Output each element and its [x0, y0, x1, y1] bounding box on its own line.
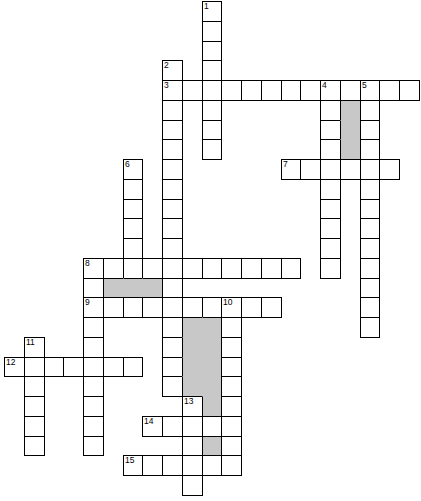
cell-r23c6[interactable]: 15 [123, 455, 143, 476]
clue-number-15: 15 [125, 456, 134, 465]
clue-number-11: 11 [26, 338, 35, 347]
clue-number-3: 3 [164, 81, 169, 90]
cell-r4c17[interactable] [340, 80, 361, 101]
cell-r14c7-shaded[interactable] [142, 278, 163, 298]
cell-r13c12[interactable] [241, 258, 262, 279]
cell-r22c11[interactable] [221, 436, 242, 456]
clue-number-9: 9 [85, 298, 90, 307]
cell-r10c8[interactable] [162, 199, 183, 219]
cell-r21c4[interactable] [83, 416, 104, 437]
cell-r6c17-shaded[interactable] [340, 120, 361, 140]
clue-number-2: 2 [164, 61, 169, 70]
clue-number-8: 8 [85, 259, 90, 268]
cell-r15c6[interactable] [123, 297, 143, 318]
cell-r15c13[interactable] [261, 297, 282, 318]
cell-r20c9[interactable]: 13 [182, 396, 203, 417]
cell-r22c9[interactable] [182, 436, 203, 456]
clue-number-5: 5 [362, 81, 367, 90]
cell-r3c8[interactable]: 2 [162, 60, 183, 81]
cell-r13c11[interactable] [221, 258, 242, 279]
cell-r21c1[interactable] [24, 416, 45, 437]
cell-r7c17-shaded[interactable] [340, 139, 361, 160]
cell-r13c10[interactable] [202, 258, 222, 279]
cell-r5c17-shaded[interactable] [340, 100, 361, 121]
cell-r12c16[interactable] [320, 238, 341, 259]
cell-r18c11[interactable] [221, 357, 242, 377]
cell-r4c16[interactable]: 4 [320, 80, 341, 101]
cell-r4c15[interactable] [300, 80, 321, 101]
cell-r20c11[interactable] [221, 396, 242, 417]
cell-r22c4[interactable] [83, 436, 104, 456]
cell-r17c4[interactable] [83, 337, 104, 358]
clue-number-7: 7 [283, 160, 288, 169]
cell-r23c10[interactable] [202, 455, 222, 476]
cell-r23c7[interactable] [142, 455, 163, 476]
cell-r14c5-shaded[interactable] [103, 278, 124, 298]
cell-r17c1[interactable]: 11 [24, 337, 45, 358]
cell-r19c11[interactable] [221, 376, 242, 397]
clue-number-1: 1 [204, 2, 209, 11]
cell-r19c8[interactable] [162, 376, 183, 397]
cell-r16c18[interactable] [360, 317, 380, 338]
cell-r15c7[interactable] [142, 297, 163, 318]
clue-number-12: 12 [6, 358, 15, 367]
cell-r8c6[interactable]: 6 [123, 159, 143, 180]
cell-r8c18[interactable] [360, 159, 380, 180]
cell-r21c10[interactable] [202, 416, 222, 437]
cell-r14c18[interactable] [360, 278, 380, 298]
cell-r18c5[interactable] [103, 357, 124, 377]
cell-r21c8[interactable] [162, 416, 183, 437]
cell-r16c8[interactable] [162, 317, 183, 338]
cell-r15c10[interactable] [202, 297, 222, 318]
cell-r19c4[interactable] [83, 376, 104, 397]
cell-r17c9-shaded[interactable] [182, 337, 203, 358]
cell-r7c18[interactable] [360, 139, 380, 160]
clue-number-6: 6 [125, 160, 130, 169]
cell-r13c8[interactable] [162, 258, 183, 279]
cell-r19c9-shaded[interactable] [182, 376, 203, 397]
clue-number-4: 4 [322, 81, 327, 90]
cell-r15c8[interactable] [162, 297, 183, 318]
cell-r13c4[interactable]: 8 [83, 258, 104, 279]
cell-r18c4[interactable] [83, 357, 104, 377]
cell-r14c6-shaded[interactable] [123, 278, 143, 298]
cell-r21c7[interactable]: 14 [142, 416, 163, 437]
cell-r17c8[interactable] [162, 337, 183, 358]
cell-r15c9[interactable] [182, 297, 203, 318]
cell-r13c13[interactable] [261, 258, 282, 279]
cell-r18c6[interactable] [123, 357, 143, 377]
cell-r23c9[interactable] [182, 455, 203, 476]
cell-r13c7[interactable] [142, 258, 163, 279]
cell-r10c6[interactable] [123, 199, 143, 219]
cell-r15c11[interactable]: 10 [221, 297, 242, 318]
cell-r14c4[interactable] [83, 278, 104, 298]
cell-r7c16[interactable] [320, 139, 341, 160]
cell-r15c12[interactable] [241, 297, 262, 318]
cell-r4c14[interactable] [281, 80, 301, 101]
cell-r17c10-shaded[interactable] [202, 337, 222, 358]
cell-r4c12[interactable] [241, 80, 262, 101]
cell-r13c16[interactable] [320, 258, 341, 279]
cell-r3c10[interactable] [202, 60, 222, 81]
cell-r16c10-shaded[interactable] [202, 317, 222, 338]
cell-r4c13[interactable] [261, 80, 282, 101]
cell-r16c11[interactable] [221, 317, 242, 338]
cell-r12c18[interactable] [360, 238, 380, 259]
cell-r13c14[interactable] [281, 258, 301, 279]
cell-r23c8[interactable] [162, 455, 183, 476]
cell-r12c8[interactable] [162, 238, 183, 259]
cell-r4c11[interactable] [221, 80, 242, 101]
cell-r7c8[interactable] [162, 139, 183, 160]
cell-r4c18[interactable]: 5 [360, 80, 380, 101]
cell-r4c19[interactable] [379, 80, 400, 101]
cell-r9c18[interactable] [360, 179, 380, 200]
cell-r10c16[interactable] [320, 199, 341, 219]
cell-r1c10[interactable] [202, 21, 222, 42]
cell-r6c16[interactable] [320, 120, 341, 140]
cell-r8c16[interactable] [320, 159, 341, 180]
cell-r16c9-shaded[interactable] [182, 317, 203, 338]
cell-r19c10-shaded[interactable] [202, 376, 222, 397]
cell-r5c18[interactable] [360, 100, 380, 121]
cell-r18c10-shaded[interactable] [202, 357, 222, 377]
cell-r12c6[interactable] [123, 238, 143, 259]
cell-r5c8[interactable] [162, 100, 183, 121]
clue-number-14: 14 [144, 417, 153, 426]
cell-r8c17[interactable] [340, 159, 361, 180]
cell-r0c10[interactable]: 1 [202, 1, 222, 22]
cell-r5c10[interactable] [202, 100, 222, 121]
cell-r4c20[interactable] [399, 80, 420, 101]
cell-r18c9-shaded[interactable] [182, 357, 203, 377]
cell-r6c10[interactable] [202, 120, 222, 140]
cell-r8c14[interactable]: 7 [281, 159, 301, 180]
cell-r21c11[interactable] [221, 416, 242, 437]
cell-r11c16[interactable] [320, 218, 341, 239]
cell-r19c1[interactable] [24, 376, 45, 397]
clue-number-10: 10 [223, 298, 232, 307]
cell-r23c11[interactable] [221, 455, 242, 476]
cell-r6c8[interactable] [162, 120, 183, 140]
cell-r18c2[interactable] [44, 357, 64, 377]
cell-r15c5[interactable] [103, 297, 124, 318]
cell-r10c18[interactable] [360, 199, 380, 219]
clue-number-13: 13 [184, 397, 193, 406]
crossword-board: 123456789101112131415 [0, 0, 421, 501]
cell-r11c8[interactable] [162, 218, 183, 239]
cell-r13c18[interactable] [360, 258, 380, 279]
cell-r18c3[interactable] [63, 357, 84, 377]
cell-r18c8[interactable] [162, 357, 183, 377]
cell-r8c15[interactable] [300, 159, 321, 180]
cell-r20c10-shaded[interactable] [202, 396, 222, 417]
cell-r22c10-shaded[interactable] [202, 436, 222, 456]
cell-r8c8[interactable] [162, 159, 183, 180]
cell-r20c1[interactable] [24, 396, 45, 417]
cell-r11c18[interactable] [360, 218, 380, 239]
cell-r22c1[interactable] [24, 436, 45, 456]
cell-r2c10[interactable] [202, 41, 222, 61]
cell-r4c8[interactable]: 3 [162, 80, 183, 101]
cell-r18c1[interactable] [24, 357, 45, 377]
cell-r9c8[interactable] [162, 179, 183, 200]
cell-r15c18[interactable] [360, 297, 380, 318]
cell-r4c9[interactable] [182, 80, 203, 101]
cell-r11c6[interactable] [123, 218, 143, 239]
cell-r14c8[interactable] [162, 278, 183, 298]
cell-r13c6[interactable] [123, 258, 143, 279]
cell-r4c10[interactable] [202, 80, 222, 101]
cell-r15c4[interactable]: 9 [83, 297, 104, 318]
cell-r13c9[interactable] [182, 258, 203, 279]
cell-r24c9[interactable] [182, 475, 203, 496]
cell-r5c16[interactable] [320, 100, 341, 121]
cell-r7c10[interactable] [202, 139, 222, 160]
cell-r9c6[interactable] [123, 179, 143, 200]
cell-r20c4[interactable] [83, 396, 104, 417]
cell-r17c11[interactable] [221, 337, 242, 358]
cell-r8c19[interactable] [379, 159, 400, 180]
cell-r16c4[interactable] [83, 317, 104, 338]
cell-r21c9[interactable] [182, 416, 203, 437]
cell-r9c16[interactable] [320, 179, 341, 200]
cell-r18c0[interactable]: 12 [4, 357, 25, 377]
cell-r13c5[interactable] [103, 258, 124, 279]
cell-r6c18[interactable] [360, 120, 380, 140]
